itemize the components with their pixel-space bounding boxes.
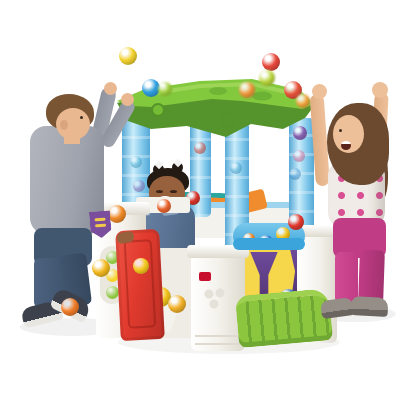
play-ball [296, 94, 310, 108]
toddler-eye [170, 190, 177, 193]
toddler-pigtail [153, 164, 164, 175]
girl-leg [335, 252, 358, 304]
product-photo [0, 0, 400, 400]
door-panel [124, 239, 157, 328]
play-ball [194, 142, 206, 154]
play-ball [108, 205, 126, 223]
play-ball [157, 199, 171, 213]
sign-text-mark [95, 224, 106, 228]
toddler-pigtail [172, 162, 183, 173]
hair-bow [155, 161, 163, 169]
girl-pants [333, 218, 386, 258]
boy-neck [64, 134, 80, 144]
green-ball-pit-fence [235, 288, 333, 348]
boy-ear [60, 120, 68, 130]
embossed-flower-detail [202, 287, 232, 317]
play-ball [130, 156, 142, 168]
play-ball [133, 258, 149, 274]
girl-open-mouth [341, 141, 351, 150]
boy-eye [80, 116, 83, 119]
roof-ball-hole [252, 92, 272, 101]
play-ball [259, 70, 275, 86]
girl-polka-dot-top [328, 164, 385, 228]
sign-text-mark [94, 218, 105, 222]
girl-hair [360, 145, 388, 207]
play-ball [262, 53, 280, 71]
play-ball [119, 47, 137, 65]
girl-hand [312, 84, 327, 99]
brand-badge [199, 272, 211, 281]
roof-ring-detail [152, 104, 164, 116]
post-grooves [195, 335, 241, 345]
girl-face [333, 115, 364, 153]
play-ball [92, 259, 110, 277]
girl-arm [370, 92, 389, 183]
boy-jeans [34, 228, 92, 266]
hair-bow [174, 159, 182, 167]
play-ball [289, 168, 301, 180]
girl-hair [327, 103, 389, 185]
roof-ball-hole [209, 87, 227, 95]
play-ball [230, 162, 242, 174]
play-ball [168, 295, 186, 313]
play-ball [239, 82, 255, 98]
play-ball [158, 82, 172, 96]
girl-leg [358, 250, 385, 305]
boy-hand [121, 93, 134, 106]
play-ball [133, 180, 145, 192]
play-ball [288, 214, 304, 230]
boy-arm [90, 86, 117, 144]
signal-light-dot [106, 286, 119, 299]
boy-face [56, 108, 90, 140]
red-door [115, 229, 165, 341]
boy-leg [34, 258, 63, 308]
play-ball [61, 298, 79, 316]
girl-eye [339, 129, 342, 132]
play-ball [293, 126, 307, 140]
toddler-eye [156, 190, 163, 193]
corner-post [191, 249, 245, 351]
boy-hand [104, 82, 117, 95]
play-ball [293, 150, 305, 162]
boy-hair [46, 94, 94, 130]
toddler-hair [147, 168, 189, 194]
girl-hand [372, 82, 388, 98]
ball-tray-lip [233, 238, 305, 250]
